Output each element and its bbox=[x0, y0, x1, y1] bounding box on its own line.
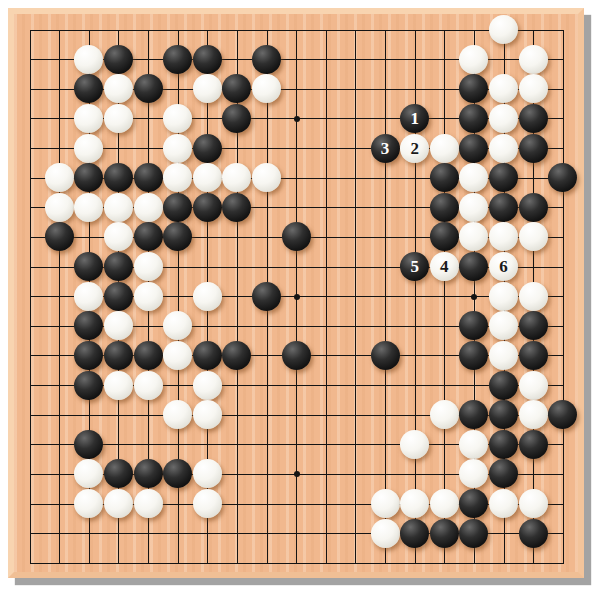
black-stone[interactable] bbox=[519, 311, 548, 340]
black-stone[interactable]: 5 bbox=[400, 252, 429, 281]
black-stone[interactable] bbox=[489, 430, 518, 459]
black-stone[interactable] bbox=[104, 459, 133, 488]
black-stone[interactable] bbox=[193, 45, 222, 74]
black-stone[interactable] bbox=[519, 134, 548, 163]
white-stone[interactable] bbox=[193, 459, 222, 488]
white-stone[interactable] bbox=[489, 222, 518, 251]
white-stone[interactable] bbox=[134, 282, 163, 311]
black-stone[interactable] bbox=[193, 341, 222, 370]
black-stone[interactable] bbox=[519, 341, 548, 370]
black-stone[interactable] bbox=[282, 222, 311, 251]
white-stone[interactable] bbox=[163, 400, 192, 429]
white-stone[interactable] bbox=[519, 74, 548, 103]
white-stone[interactable] bbox=[222, 163, 251, 192]
white-stone[interactable] bbox=[519, 45, 548, 74]
white-stone[interactable] bbox=[459, 45, 488, 74]
black-stone[interactable] bbox=[489, 400, 518, 429]
black-stone[interactable] bbox=[222, 341, 251, 370]
move-number-label: 1 bbox=[410, 110, 419, 127]
black-stone[interactable] bbox=[252, 45, 281, 74]
white-stone[interactable] bbox=[459, 193, 488, 222]
black-stone[interactable] bbox=[104, 45, 133, 74]
black-stone[interactable] bbox=[222, 74, 251, 103]
white-stone[interactable] bbox=[163, 163, 192, 192]
black-stone[interactable] bbox=[459, 519, 488, 548]
white-stone[interactable] bbox=[74, 45, 103, 74]
white-stone[interactable] bbox=[104, 193, 133, 222]
white-stone[interactable]: 2 bbox=[400, 134, 429, 163]
black-stone[interactable] bbox=[489, 193, 518, 222]
black-stone[interactable] bbox=[74, 430, 103, 459]
white-stone[interactable] bbox=[489, 489, 518, 518]
black-stone[interactable] bbox=[74, 341, 103, 370]
black-stone[interactable] bbox=[134, 459, 163, 488]
white-stone[interactable] bbox=[45, 163, 74, 192]
black-stone[interactable] bbox=[163, 459, 192, 488]
black-stone[interactable] bbox=[459, 341, 488, 370]
black-stone[interactable]: 1 bbox=[400, 104, 429, 133]
go-board[interactable]: 132546 bbox=[8, 8, 584, 578]
white-stone[interactable] bbox=[74, 193, 103, 222]
white-stone[interactable] bbox=[430, 489, 459, 518]
white-stone[interactable] bbox=[74, 134, 103, 163]
white-stone[interactable] bbox=[489, 134, 518, 163]
white-stone[interactable] bbox=[193, 400, 222, 429]
white-stone[interactable] bbox=[104, 222, 133, 251]
white-stone[interactable] bbox=[459, 430, 488, 459]
black-stone[interactable] bbox=[430, 163, 459, 192]
white-stone[interactable] bbox=[104, 311, 133, 340]
black-stone[interactable] bbox=[430, 193, 459, 222]
black-stone[interactable] bbox=[74, 74, 103, 103]
white-stone[interactable] bbox=[459, 459, 488, 488]
white-stone[interactable] bbox=[519, 282, 548, 311]
white-stone[interactable] bbox=[134, 371, 163, 400]
black-stone[interactable] bbox=[519, 430, 548, 459]
star-point bbox=[294, 294, 300, 300]
white-stone[interactable] bbox=[400, 430, 429, 459]
black-stone[interactable] bbox=[193, 193, 222, 222]
black-stone[interactable] bbox=[134, 341, 163, 370]
black-stone[interactable] bbox=[252, 282, 281, 311]
black-stone[interactable] bbox=[74, 311, 103, 340]
white-stone[interactable] bbox=[489, 341, 518, 370]
white-stone[interactable] bbox=[193, 371, 222, 400]
white-stone[interactable]: 4 bbox=[430, 252, 459, 281]
white-stone[interactable] bbox=[163, 341, 192, 370]
white-stone[interactable] bbox=[400, 489, 429, 518]
black-stone[interactable] bbox=[282, 341, 311, 370]
white-stone[interactable] bbox=[193, 163, 222, 192]
black-stone[interactable] bbox=[104, 163, 133, 192]
white-stone[interactable] bbox=[519, 400, 548, 429]
grid-line-vertical bbox=[355, 30, 356, 564]
white-stone[interactable] bbox=[45, 193, 74, 222]
black-stone[interactable] bbox=[459, 252, 488, 281]
black-stone[interactable] bbox=[489, 459, 518, 488]
white-stone[interactable]: 6 bbox=[489, 252, 518, 281]
white-stone[interactable] bbox=[104, 371, 133, 400]
black-stone[interactable] bbox=[459, 489, 488, 518]
white-stone[interactable] bbox=[489, 282, 518, 311]
grid-line-vertical bbox=[385, 30, 386, 564]
white-stone[interactable] bbox=[134, 252, 163, 281]
black-stone[interactable] bbox=[548, 163, 577, 192]
black-stone[interactable] bbox=[459, 134, 488, 163]
white-stone[interactable] bbox=[430, 134, 459, 163]
black-stone[interactable] bbox=[193, 134, 222, 163]
black-stone[interactable] bbox=[104, 252, 133, 281]
black-stone[interactable] bbox=[222, 193, 251, 222]
white-stone[interactable] bbox=[193, 489, 222, 518]
white-stone[interactable] bbox=[163, 104, 192, 133]
black-stone[interactable] bbox=[519, 104, 548, 133]
black-stone[interactable] bbox=[548, 400, 577, 429]
white-stone[interactable] bbox=[74, 489, 103, 518]
white-stone[interactable] bbox=[489, 104, 518, 133]
white-stone[interactable] bbox=[74, 104, 103, 133]
black-stone[interactable]: 3 bbox=[371, 134, 400, 163]
white-stone[interactable] bbox=[489, 74, 518, 103]
white-stone[interactable] bbox=[74, 282, 103, 311]
white-stone[interactable] bbox=[459, 222, 488, 251]
black-stone[interactable] bbox=[400, 519, 429, 548]
black-stone[interactable] bbox=[459, 74, 488, 103]
black-stone[interactable] bbox=[459, 104, 488, 133]
black-stone[interactable] bbox=[104, 282, 133, 311]
white-stone[interactable] bbox=[252, 163, 281, 192]
black-stone[interactable] bbox=[489, 163, 518, 192]
black-stone[interactable] bbox=[74, 371, 103, 400]
move-number-label: 6 bbox=[499, 258, 508, 275]
star-point bbox=[294, 116, 300, 122]
black-stone[interactable] bbox=[45, 222, 74, 251]
black-stone[interactable] bbox=[74, 252, 103, 281]
black-stone[interactable] bbox=[371, 341, 400, 370]
grid-line-horizontal bbox=[30, 563, 564, 564]
move-number-label: 5 bbox=[410, 258, 419, 275]
black-stone[interactable] bbox=[163, 222, 192, 251]
white-stone[interactable] bbox=[163, 311, 192, 340]
white-stone[interactable] bbox=[193, 74, 222, 103]
white-stone[interactable] bbox=[134, 193, 163, 222]
grid-line-vertical bbox=[326, 30, 327, 564]
white-stone[interactable] bbox=[371, 489, 400, 518]
screenshot-page: 132546 bbox=[0, 0, 600, 600]
white-stone[interactable] bbox=[74, 459, 103, 488]
black-stone[interactable] bbox=[134, 74, 163, 103]
star-point bbox=[471, 294, 477, 300]
white-stone[interactable] bbox=[371, 519, 400, 548]
move-number-label: 4 bbox=[440, 258, 449, 275]
black-stone[interactable] bbox=[134, 222, 163, 251]
star-point bbox=[294, 471, 300, 477]
black-stone[interactable] bbox=[519, 519, 548, 548]
black-stone[interactable] bbox=[134, 163, 163, 192]
white-stone[interactable] bbox=[104, 104, 133, 133]
black-stone[interactable] bbox=[430, 222, 459, 251]
white-stone[interactable] bbox=[104, 489, 133, 518]
grid-line-vertical bbox=[444, 30, 445, 564]
white-stone[interactable] bbox=[489, 311, 518, 340]
white-stone[interactable] bbox=[519, 489, 548, 518]
grid-line-vertical bbox=[563, 30, 564, 564]
white-stone[interactable] bbox=[489, 15, 518, 44]
white-stone[interactable] bbox=[459, 163, 488, 192]
black-stone[interactable] bbox=[459, 311, 488, 340]
black-stone[interactable] bbox=[74, 163, 103, 192]
white-stone[interactable] bbox=[430, 400, 459, 429]
white-stone[interactable] bbox=[104, 74, 133, 103]
black-stone[interactable] bbox=[430, 519, 459, 548]
black-stone[interactable] bbox=[163, 45, 192, 74]
white-stone[interactable] bbox=[252, 74, 281, 103]
black-stone[interactable] bbox=[489, 371, 518, 400]
move-number-label: 3 bbox=[381, 140, 390, 157]
move-number-label: 2 bbox=[410, 140, 419, 157]
white-stone[interactable] bbox=[193, 282, 222, 311]
black-stone[interactable] bbox=[519, 193, 548, 222]
black-stone[interactable] bbox=[222, 104, 251, 133]
black-stone[interactable] bbox=[163, 193, 192, 222]
white-stone[interactable] bbox=[519, 222, 548, 251]
white-stone[interactable] bbox=[134, 489, 163, 518]
white-stone[interactable] bbox=[163, 134, 192, 163]
black-stone[interactable] bbox=[459, 400, 488, 429]
white-stone[interactable] bbox=[519, 371, 548, 400]
black-stone[interactable] bbox=[104, 341, 133, 370]
